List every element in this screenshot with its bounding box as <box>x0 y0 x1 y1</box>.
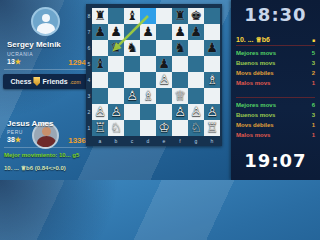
star-icon: ★ <box>15 58 21 65</box>
quality-label: Buenos movs <box>236 58 275 68</box>
logo-text-com: .com <box>70 79 81 85</box>
square-e6[interactable] <box>156 40 172 56</box>
file-label-f: f <box>172 137 188 145</box>
black-pawn-piece[interactable]: ♟ <box>204 40 220 56</box>
square-g3[interactable] <box>188 88 204 104</box>
square-f7[interactable]: ♟ <box>172 24 188 40</box>
black-pawn-piece[interactable]: ♟ <box>108 24 124 40</box>
quality-label: Movs débiles <box>236 68 274 78</box>
quality-label: Buenos movs <box>236 110 275 120</box>
square-e5[interactable]: ♟ <box>156 56 172 72</box>
square-b1[interactable]: ♘ <box>108 120 124 136</box>
square-g6[interactable] <box>188 40 204 56</box>
square-c3[interactable]: ♙ <box>124 88 140 104</box>
white-knight-piece[interactable]: ♘ <box>188 120 204 136</box>
quality-count: 5 <box>312 48 315 58</box>
file-label-g: g <box>188 137 204 145</box>
file-label-b: b <box>108 137 124 145</box>
square-f3[interactable]: ♕ <box>172 88 188 104</box>
quality-count: 1 <box>312 130 315 140</box>
avatar-torso <box>37 23 55 35</box>
square-f1[interactable] <box>172 120 188 136</box>
quality-count: 1 <box>312 78 315 88</box>
white-pawn-piece[interactable]: ♙ <box>172 104 188 120</box>
square-g2[interactable]: ♙ <box>188 104 204 120</box>
black-king-piece[interactable]: ♚ <box>188 8 204 24</box>
played-move-text: 10. ... ♕b6 (0.84<>0.0) <box>4 164 66 171</box>
avatar-head <box>42 14 50 22</box>
square-g5[interactable] <box>188 56 204 72</box>
quality-label: Movs débiles <box>236 120 274 130</box>
chess-board[interactable]: ♜♝♜♚♟♟♟♟♟♛♞♞♟♝♟♙♗♙♗♕♙♙♙♙♙♖♘♔♘♖ <box>92 8 220 136</box>
move-quality-row: Mejores movs6 <box>236 100 315 110</box>
square-a2[interactable]: ♙ <box>92 104 108 120</box>
square-a6[interactable] <box>92 40 108 56</box>
white-bishop-piece[interactable]: ♗ <box>140 88 156 104</box>
square-c8[interactable]: ♝ <box>124 8 140 24</box>
square-d8[interactable] <box>140 8 156 24</box>
black-knight-piece[interactable]: ♞ <box>172 40 188 56</box>
white-pawn-piece[interactable]: ♙ <box>156 72 172 88</box>
square-c7[interactable] <box>124 24 140 40</box>
square-f5[interactable] <box>172 56 188 72</box>
level-number: 38 <box>7 136 15 143</box>
app-window: { "game": "chess", "position": { "fen": … <box>0 0 320 180</box>
square-e8[interactable] <box>156 8 172 24</box>
black-knight-piece[interactable]: ♞ <box>124 40 140 56</box>
square-h1[interactable]: ♖ <box>204 120 220 136</box>
square-d2[interactable] <box>140 104 156 120</box>
chess-board-frame: 87654321 ♜♝♜♚♟♟♟♟♟♛♞♞♟♝♟♙♗♙♗♕♙♙♙♙♙♖♘♔♘♖ … <box>86 4 222 146</box>
square-c4[interactable] <box>124 72 140 88</box>
square-h4[interactable]: ♗ <box>204 72 220 88</box>
white-queen-piece[interactable]: ♕ <box>172 88 188 104</box>
file-label-c: c <box>124 137 140 145</box>
avatar-head <box>42 127 51 136</box>
move-quality-row: Mejores movs5 <box>236 48 315 58</box>
player-level: 13★ <box>7 58 21 66</box>
star-icon: ★ <box>15 136 21 143</box>
square-f6[interactable]: ♞ <box>172 40 188 56</box>
black-bishop-piece[interactable]: ♝ <box>124 8 140 24</box>
square-c2[interactable] <box>124 104 140 120</box>
square-b5[interactable] <box>108 56 124 72</box>
square-b4[interactable] <box>108 72 124 88</box>
player-level: 38★ <box>7 136 21 144</box>
square-e4[interactable]: ♙ <box>156 72 172 88</box>
square-b7[interactable]: ♟ <box>108 24 124 40</box>
site-logo: Chess Friends .com <box>3 74 88 89</box>
square-d3[interactable]: ♗ <box>140 88 156 104</box>
square-a3[interactable] <box>92 88 108 104</box>
move-quality-row: Malos movs1 <box>236 130 315 140</box>
file-label-h: h <box>204 137 220 145</box>
black-queen-piece[interactable]: ♛ <box>108 40 124 56</box>
square-a5[interactable]: ♝ <box>92 56 108 72</box>
square-b8[interactable] <box>108 8 124 24</box>
file-label-d: d <box>140 137 156 145</box>
square-d4[interactable] <box>140 72 156 88</box>
square-a4[interactable] <box>92 72 108 88</box>
white-pawn-piece[interactable]: ♙ <box>108 104 124 120</box>
move-quality-row: Buenos movs3 <box>236 58 315 68</box>
quality-count: 3 <box>312 58 315 68</box>
divider <box>4 69 87 70</box>
move-quality-stats-bottom: Mejores movs6Buenos movs3Movs débiles1Ma… <box>236 97 315 140</box>
move-quality-row: Buenos movs3 <box>236 110 315 120</box>
move-quality-row: Movs débiles1 <box>236 120 315 130</box>
quality-count: 1 <box>312 120 315 130</box>
square-e2[interactable] <box>156 104 172 120</box>
quality-label: Mejores movs <box>236 48 276 58</box>
move-quality-row: Movs débiles2 <box>236 68 315 78</box>
player-rating: 1336 <box>68 136 86 145</box>
white-pawn-piece[interactable]: ♙ <box>92 104 108 120</box>
square-h3[interactable] <box>204 88 220 104</box>
square-f2[interactable]: ♙ <box>172 104 188 120</box>
square-d6[interactable] <box>140 40 156 56</box>
square-h2[interactable]: ♙ <box>204 104 220 120</box>
square-h8[interactable] <box>204 8 220 24</box>
white-pawn-piece[interactable]: ♙ <box>124 88 140 104</box>
white-rook-piece[interactable]: ♖ <box>92 120 108 136</box>
game-info-panel: 18:30 10. ... ♕b6 ■ Mejores movs5Buenos … <box>231 0 320 180</box>
white-king-piece[interactable]: ♔ <box>156 120 172 136</box>
black-rook-piece[interactable]: ♜ <box>172 8 188 24</box>
move-quality-row: Malos movs1 <box>236 78 315 88</box>
current-move-marker-icon: ■ <box>312 37 315 43</box>
white-bishop-piece[interactable]: ♗ <box>204 72 220 88</box>
black-bishop-piece[interactable]: ♝ <box>92 56 108 72</box>
square-a7[interactable]: ♟ <box>92 24 108 40</box>
white-pawn-piece[interactable]: ♙ <box>188 104 204 120</box>
square-h7[interactable] <box>204 24 220 40</box>
player-name: Jesus Ames <box>7 119 53 128</box>
player-country: PERU <box>7 129 23 135</box>
logo-text-friends: Friends <box>42 78 67 85</box>
quality-label: Malos movs <box>236 78 270 88</box>
square-d7[interactable]: ♟ <box>140 24 156 40</box>
black-pawn-piece[interactable]: ♟ <box>172 24 188 40</box>
quality-count: 3 <box>312 110 315 120</box>
square-h6[interactable]: ♟ <box>204 40 220 56</box>
black-pawn-piece[interactable]: ♟ <box>92 24 108 40</box>
player-rating: 1294 <box>68 58 86 67</box>
square-h5[interactable] <box>204 56 220 72</box>
black-rook-piece[interactable]: ♜ <box>92 8 108 24</box>
black-pawn-piece[interactable]: ♟ <box>156 56 172 72</box>
square-g4[interactable] <box>188 72 204 88</box>
level-number: 13 <box>7 58 15 65</box>
square-a1[interactable]: ♖ <box>92 120 108 136</box>
square-d5[interactable] <box>140 56 156 72</box>
square-e1[interactable]: ♔ <box>156 120 172 136</box>
square-a8[interactable]: ♜ <box>92 8 108 24</box>
white-knight-piece[interactable]: ♘ <box>108 120 124 136</box>
current-move-row[interactable]: 10. ... ♕b6 ■ <box>236 35 315 46</box>
square-f8[interactable]: ♜ <box>172 8 188 24</box>
player-country: UCRANIA <box>7 51 33 57</box>
square-g1[interactable]: ♘ <box>188 120 204 136</box>
current-move-text: 10. ... ♕b6 <box>236 36 270 44</box>
square-b6[interactable]: ♛ <box>108 40 124 56</box>
divider <box>4 147 87 148</box>
player-name: Sergey Melnik <box>7 40 61 49</box>
square-d1[interactable] <box>140 120 156 136</box>
logo-text-chess: Chess <box>10 78 31 85</box>
square-b3[interactable] <box>108 88 124 104</box>
square-c6[interactable]: ♞ <box>124 40 140 56</box>
quality-count: 2 <box>312 68 315 78</box>
file-label-e: e <box>156 137 172 145</box>
square-g8[interactable]: ♚ <box>188 8 204 24</box>
black-pawn-piece[interactable]: ♟ <box>140 24 156 40</box>
bottom-clock: 19:07 <box>231 150 320 171</box>
move-quality-stats-top: Mejores movs5Buenos movs3Movs débiles2Ma… <box>236 48 315 88</box>
white-pawn-piece[interactable]: ♙ <box>204 104 220 120</box>
quality-count: 6 <box>312 100 315 110</box>
square-c5[interactable] <box>124 56 140 72</box>
square-e3[interactable] <box>156 88 172 104</box>
best-move-text: Mejor movimiento: 10... g5 <box>4 152 79 158</box>
avatar <box>31 7 60 36</box>
square-b2[interactable]: ♙ <box>108 104 124 120</box>
file-label-a: a <box>92 137 108 145</box>
top-clock: 18:30 <box>231 4 320 25</box>
square-g7[interactable]: ♟ <box>188 24 204 40</box>
square-c1[interactable] <box>124 120 140 136</box>
quality-label: Malos movs <box>236 130 270 140</box>
file-labels: abcdefgh <box>92 137 220 145</box>
square-f4[interactable] <box>172 72 188 88</box>
quality-label: Mejores movs <box>236 100 276 110</box>
shield-icon <box>33 77 40 86</box>
black-pawn-piece[interactable]: ♟ <box>188 24 204 40</box>
white-rook-piece[interactable]: ♖ <box>204 120 220 136</box>
square-e7[interactable] <box>156 24 172 40</box>
